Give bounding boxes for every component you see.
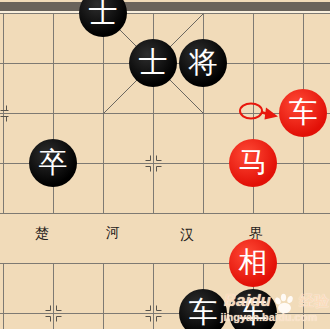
- xiangqi-board-screenshot: 楚 河 汉 界 士 士 将 车 卒 马 相 车 车 Baidu 经验 jin: [0, 0, 330, 329]
- move-annotation-arrow: [0, 0, 330, 329]
